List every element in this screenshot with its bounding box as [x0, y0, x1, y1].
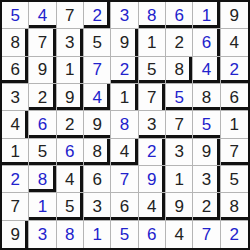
cell-r5c8-given[interactable]: 5	[193, 111, 220, 138]
cell-r7c4-solved[interactable]: 6	[84, 166, 111, 193]
cell-r5c5-given[interactable]: 8	[111, 111, 138, 138]
cell-r1c5-given[interactable]: 3	[111, 2, 138, 29]
cell-r4c3-solved[interactable]: 9	[57, 84, 84, 111]
cell-r2c1-solved[interactable]: 8	[2, 29, 29, 56]
cell-r6c1-solved[interactable]: 1	[2, 139, 29, 166]
cell-r5c9-solved[interactable]: 1	[221, 111, 248, 138]
cell-r3c2-solved[interactable]: 9	[29, 57, 56, 84]
cell-r4c1-solved[interactable]: 3	[2, 84, 29, 111]
cell-r5c1-solved[interactable]: 4	[2, 111, 29, 138]
cell-r8c1-solved[interactable]: 7	[2, 193, 29, 220]
cell-r7c5-given[interactable]: 7	[111, 166, 138, 193]
cell-r7c9-solved[interactable]: 5	[221, 166, 248, 193]
cell-r9c7-solved[interactable]: 4	[166, 221, 193, 248]
cell-r5c4-solved[interactable]: 9	[84, 111, 111, 138]
cell-r2c8-given[interactable]: 6	[193, 29, 220, 56]
cell-r4c9-solved[interactable]: 6	[221, 84, 248, 111]
cell-r7c7-solved[interactable]: 1	[166, 166, 193, 193]
cell-r6c8-solved[interactable]: 9	[193, 139, 220, 166]
cell-r3c3-solved[interactable]: 1	[57, 57, 84, 84]
cell-r4c2-solved[interactable]: 2	[29, 84, 56, 111]
cell-r9c9-given[interactable]: 2	[221, 221, 248, 248]
cell-r1c4-given[interactable]: 2	[84, 2, 111, 29]
cell-r6c3-given[interactable]: 6	[57, 139, 84, 166]
cell-r9c3-given[interactable]: 8	[57, 221, 84, 248]
cell-r1c2-given[interactable]: 4	[29, 2, 56, 29]
cell-r1c8-given[interactable]: 1	[193, 2, 220, 29]
cell-r3c5-given[interactable]: 2	[111, 57, 138, 84]
cell-r8c8-solved[interactable]: 2	[193, 193, 220, 220]
cell-r1c7-given[interactable]: 6	[166, 2, 193, 29]
cell-r2c7-solved[interactable]: 2	[166, 29, 193, 56]
cell-r7c2-given[interactable]: 8	[29, 166, 56, 193]
cell-r1c6-given[interactable]: 8	[139, 2, 166, 29]
cell-r8c3-solved[interactable]: 5	[57, 193, 84, 220]
cell-r6c2-solved[interactable]: 5	[29, 139, 56, 166]
cell-r7c8-solved[interactable]: 3	[193, 166, 220, 193]
cell-r3c1-solved[interactable]: 6	[2, 57, 29, 84]
cell-r5c6-solved[interactable]: 3	[139, 111, 166, 138]
cell-r9c5-given[interactable]: 5	[111, 221, 138, 248]
cell-r1c9-solved[interactable]: 9	[221, 2, 248, 29]
cell-r6c7-solved[interactable]: 3	[166, 139, 193, 166]
cell-r4c6-solved[interactable]: 7	[139, 84, 166, 111]
cell-r6c9-solved[interactable]: 7	[221, 139, 248, 166]
cell-r2c2-solved[interactable]: 7	[29, 29, 56, 56]
jigsaw-sudoku-board: 5472386198735912646917258423294175864629…	[0, 0, 250, 250]
cell-r6c5-solved[interactable]: 4	[111, 139, 138, 166]
cell-r1c3-solved[interactable]: 7	[57, 2, 84, 29]
cell-r7c1-given[interactable]: 2	[2, 166, 29, 193]
cell-r5c3-solved[interactable]: 2	[57, 111, 84, 138]
cell-r8c5-solved[interactable]: 6	[111, 193, 138, 220]
cell-r7c3-solved[interactable]: 4	[57, 166, 84, 193]
cell-r8c4-solved[interactable]: 3	[84, 193, 111, 220]
cell-r9c8-given[interactable]: 7	[193, 221, 220, 248]
cell-r2c5-solved[interactable]: 9	[111, 29, 138, 56]
cell-r3c8-given[interactable]: 4	[193, 57, 220, 84]
cell-r2c6-solved[interactable]: 1	[139, 29, 166, 56]
cell-r9c6-given[interactable]: 6	[139, 221, 166, 248]
cell-r7c6-given[interactable]: 9	[139, 166, 166, 193]
cell-r9c4-given[interactable]: 1	[84, 221, 111, 248]
cell-r1c1-given[interactable]: 5	[2, 2, 29, 29]
cell-r4c5-solved[interactable]: 1	[111, 84, 138, 111]
cell-r4c7-given[interactable]: 5	[166, 84, 193, 111]
cell-r3c7-solved[interactable]: 8	[166, 57, 193, 84]
cell-r5c7-solved[interactable]: 7	[166, 111, 193, 138]
cell-r9c1-solved[interactable]: 9	[2, 221, 29, 248]
cell-r2c3-solved[interactable]: 3	[57, 29, 84, 56]
cell-r3c9-given[interactable]: 2	[221, 57, 248, 84]
cell-r2c4-solved[interactable]: 5	[84, 29, 111, 56]
cell-r2c9-solved[interactable]: 4	[221, 29, 248, 56]
cell-r4c4-given[interactable]: 4	[84, 84, 111, 111]
cell-r5c2-given[interactable]: 6	[29, 111, 56, 138]
cell-r8c7-solved[interactable]: 9	[166, 193, 193, 220]
cell-r6c4-solved[interactable]: 8	[84, 139, 111, 166]
cell-r6c6-given[interactable]: 2	[139, 139, 166, 166]
cell-r8c9-solved[interactable]: 8	[221, 193, 248, 220]
cell-r4c8-solved[interactable]: 8	[193, 84, 220, 111]
puzzle-app-window: 5472386198735912646917258423294175864629…	[0, 0, 250, 250]
cell-r3c4-given[interactable]: 7	[84, 57, 111, 84]
cell-r8c6-solved[interactable]: 4	[139, 193, 166, 220]
cell-r3c6-solved[interactable]: 5	[139, 57, 166, 84]
cell-r8c2-given[interactable]: 1	[29, 193, 56, 220]
cell-r9c2-given[interactable]: 3	[29, 221, 56, 248]
